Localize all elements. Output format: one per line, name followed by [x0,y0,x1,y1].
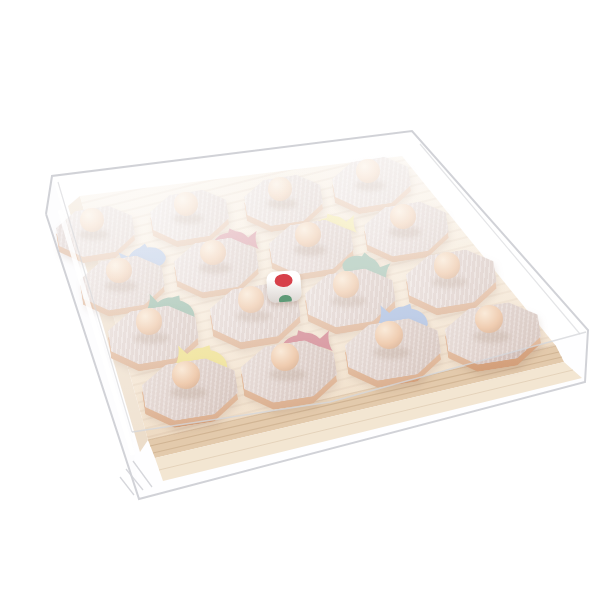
plastic-box [0,0,600,600]
plastic-left-glare [60,210,133,455]
plastic-left-face [46,176,139,499]
plastic-lid-right-inner-edge [420,144,580,334]
plastic-front-face [132,332,586,499]
scene [0,0,600,600]
plastic-lid-left-inner-edge [58,182,132,432]
